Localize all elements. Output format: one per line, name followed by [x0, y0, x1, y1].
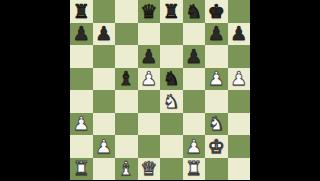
- square-g3[interactable]: ♞: [205, 113, 228, 136]
- piece-black-pawn[interactable]: ♟: [73, 24, 90, 43]
- piece-white-pawn[interactable]: ♟: [230, 69, 247, 88]
- square-h5[interactable]: ♟: [228, 68, 251, 91]
- piece-black-queen[interactable]: ♛: [140, 1, 157, 20]
- piece-white-pawn[interactable]: ♟: [95, 136, 112, 155]
- square-h4[interactable]: [228, 90, 251, 113]
- square-f6[interactable]: ♟: [183, 45, 206, 68]
- square-e1[interactable]: [160, 158, 183, 181]
- square-e2[interactable]: [160, 135, 183, 158]
- square-d4[interactable]: [138, 90, 161, 113]
- square-h2[interactable]: [228, 135, 251, 158]
- square-g4[interactable]: [205, 90, 228, 113]
- square-f1[interactable]: ♜: [183, 158, 206, 181]
- piece-black-pawn[interactable]: ♟: [140, 46, 157, 65]
- square-b4[interactable]: [93, 90, 116, 113]
- square-d6[interactable]: ♟: [138, 45, 161, 68]
- square-a6[interactable]: [70, 45, 93, 68]
- square-e7[interactable]: [160, 23, 183, 46]
- piece-white-pawn[interactable]: ♟: [140, 69, 157, 88]
- square-g2[interactable]: ♚: [205, 135, 228, 158]
- piece-black-king[interactable]: ♚: [208, 1, 225, 20]
- square-f7[interactable]: [183, 23, 206, 46]
- piece-white-knight[interactable]: ♞: [208, 114, 225, 133]
- piece-white-pawn[interactable]: ♟: [185, 136, 202, 155]
- square-b3[interactable]: [93, 113, 116, 136]
- piece-black-pawn[interactable]: ♟: [208, 24, 225, 43]
- square-d3[interactable]: [138, 113, 161, 136]
- square-c8[interactable]: [115, 0, 138, 23]
- square-h6[interactable]: [228, 45, 251, 68]
- square-g8[interactable]: ♚: [205, 0, 228, 23]
- piece-black-rook[interactable]: ♜: [73, 1, 90, 20]
- piece-white-queen[interactable]: ♛: [140, 159, 157, 178]
- square-f8[interactable]: ♞: [183, 0, 206, 23]
- square-f2[interactable]: ♟: [183, 135, 206, 158]
- piece-black-pawn[interactable]: ♟: [95, 24, 112, 43]
- square-e4[interactable]: ♞: [160, 90, 183, 113]
- piece-white-king[interactable]: ♚: [208, 136, 225, 155]
- square-g1[interactable]: [205, 158, 228, 181]
- square-c4[interactable]: [115, 90, 138, 113]
- piece-black-pawn[interactable]: ♟: [185, 46, 202, 65]
- square-h7[interactable]: ♟: [228, 23, 251, 46]
- piece-black-rook[interactable]: ♜: [163, 1, 180, 20]
- chess-board: ♜♛♜♞♚♟♟♟♟♟♟♝♟♞♟♟♞♟♞♟♟♚♜♝♛♜: [70, 0, 250, 180]
- square-c1[interactable]: ♝: [115, 158, 138, 181]
- square-a1[interactable]: ♜: [70, 158, 93, 181]
- square-b8[interactable]: [93, 0, 116, 23]
- piece-white-rook[interactable]: ♜: [73, 159, 90, 178]
- square-d2[interactable]: [138, 135, 161, 158]
- piece-white-pawn[interactable]: ♟: [208, 69, 225, 88]
- square-c2[interactable]: [115, 135, 138, 158]
- square-e6[interactable]: [160, 45, 183, 68]
- video-frame: ♜♛♜♞♚♟♟♟♟♟♟♝♟♞♟♟♞♟♞♟♟♚♜♝♛♜: [0, 0, 320, 180]
- square-e5[interactable]: ♞: [160, 68, 183, 91]
- square-e3[interactable]: [160, 113, 183, 136]
- square-f3[interactable]: [183, 113, 206, 136]
- piece-white-knight[interactable]: ♞: [163, 91, 180, 110]
- square-h3[interactable]: [228, 113, 251, 136]
- square-c6[interactable]: [115, 45, 138, 68]
- square-a4[interactable]: [70, 90, 93, 113]
- square-a3[interactable]: ♟: [70, 113, 93, 136]
- square-b6[interactable]: [93, 45, 116, 68]
- piece-black-pawn[interactable]: ♟: [230, 24, 247, 43]
- piece-white-bishop[interactable]: ♝: [118, 159, 135, 178]
- square-b1[interactable]: [93, 158, 116, 181]
- square-e8[interactable]: ♜: [160, 0, 183, 23]
- square-a8[interactable]: ♜: [70, 0, 93, 23]
- square-d7[interactable]: [138, 23, 161, 46]
- square-c3[interactable]: [115, 113, 138, 136]
- piece-black-knight[interactable]: ♞: [185, 1, 202, 20]
- square-c5[interactable]: ♝: [115, 68, 138, 91]
- square-h8[interactable]: [228, 0, 251, 23]
- letterbox-right: [250, 0, 320, 180]
- square-d8[interactable]: ♛: [138, 0, 161, 23]
- square-g6[interactable]: [205, 45, 228, 68]
- letterbox-left: [0, 0, 70, 180]
- square-b2[interactable]: ♟: [93, 135, 116, 158]
- square-h1[interactable]: [228, 158, 251, 181]
- square-g7[interactable]: ♟: [205, 23, 228, 46]
- square-a5[interactable]: [70, 68, 93, 91]
- square-a2[interactable]: [70, 135, 93, 158]
- square-f5[interactable]: [183, 68, 206, 91]
- square-g5[interactable]: ♟: [205, 68, 228, 91]
- square-d5[interactable]: ♟: [138, 68, 161, 91]
- square-b5[interactable]: [93, 68, 116, 91]
- square-b7[interactable]: ♟: [93, 23, 116, 46]
- piece-white-rook[interactable]: ♜: [185, 159, 202, 178]
- piece-black-knight[interactable]: ♞: [163, 69, 180, 88]
- square-f4[interactable]: [183, 90, 206, 113]
- square-d1[interactable]: ♛: [138, 158, 161, 181]
- piece-white-pawn[interactable]: ♟: [73, 114, 90, 133]
- square-c7[interactable]: [115, 23, 138, 46]
- square-a7[interactable]: ♟: [70, 23, 93, 46]
- piece-black-bishop[interactable]: ♝: [118, 69, 135, 88]
